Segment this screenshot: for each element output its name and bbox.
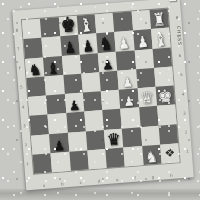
piece-black-knight-e7: ♞ <box>99 33 113 52</box>
rank-label-2: 2 <box>25 143 28 147</box>
square-d3 <box>84 110 104 131</box>
square-a6: ♞ <box>25 57 45 78</box>
square-e7: ♞ <box>96 32 116 53</box>
square-h2 <box>158 124 178 145</box>
square-b7 <box>42 36 62 57</box>
rank-label-3: 3 <box>183 111 186 115</box>
square-e6: ♟ <box>98 51 118 72</box>
square-g8 <box>131 10 151 31</box>
square-h7: ♝ <box>151 28 171 49</box>
rank-label-4: 4 <box>182 92 185 96</box>
square-b6: ♝ <box>43 56 63 77</box>
square-g1: ♞ <box>142 144 162 165</box>
square-a3 <box>30 115 50 136</box>
square-f1 <box>123 146 143 167</box>
rank-label-7: 7 <box>17 47 20 51</box>
square-g6 <box>134 48 154 69</box>
piece-black-pawn-b2: ♟ <box>53 139 65 153</box>
square-g5 <box>136 68 156 89</box>
square-d2 <box>86 130 106 151</box>
square-d5 <box>81 72 101 93</box>
chess-board: ♚♝♜♟♟♞♟♟♝♞♝♟♟♟♟♛♚♟♛♞❖ abcdefgh 12345678 … <box>12 0 194 190</box>
square-c4: ♟ <box>64 93 84 114</box>
file-label-a: a <box>43 184 46 188</box>
captured-white-piece: ♟ <box>166 0 178 4</box>
square-b8 <box>40 17 60 38</box>
rank-label-8: 8 <box>16 28 19 32</box>
file-label-e: e <box>116 178 119 182</box>
square-d8: ♝ <box>77 14 97 35</box>
square-d1 <box>87 149 107 170</box>
square-h6 <box>152 47 172 68</box>
square-f4: ♟ <box>119 88 139 109</box>
square-f7: ♟ <box>114 31 134 52</box>
piece-black-pawn-c7: ♟ <box>63 39 75 56</box>
square-h1: ❖ <box>160 143 180 164</box>
square-c3 <box>66 112 86 133</box>
piece-black-queen-e2: ♛ <box>106 131 121 148</box>
board-grid: ♚♝♜♟♟♞♟♟♝♞♝♟♟♟♟♛♚♟♛♞❖ <box>22 9 180 174</box>
rank-label-1: 1 <box>26 162 29 166</box>
square-c5 <box>63 73 83 94</box>
square-g3 <box>139 106 159 127</box>
square-e3 <box>102 109 122 130</box>
piece-black-pawn-d7: ♟ <box>82 38 94 55</box>
rank-label-2: 2 <box>185 131 188 135</box>
square-c6 <box>61 54 81 75</box>
square-a8 <box>22 19 42 40</box>
file-label-c: c <box>80 181 83 185</box>
piece-black-king-c8: ♚ <box>60 14 76 36</box>
square-f8 <box>113 12 133 33</box>
square-e5 <box>99 71 119 92</box>
piece-black-pawn-e6: ♟ <box>102 58 114 72</box>
piece-white-pawn-f7: ♟ <box>118 35 130 52</box>
piece-white-queen-g4: ♛ <box>140 90 155 107</box>
piece-white-king-h4: ♚ <box>157 88 173 106</box>
rank-label-1: 1 <box>186 150 189 154</box>
rank-label-6: 6 <box>19 66 22 70</box>
rank-label-3: 3 <box>23 124 26 128</box>
rank-label-8: 8 <box>176 15 179 19</box>
file-label-h: h <box>170 174 173 178</box>
piece-white-pawn-g7: ♟ <box>136 33 148 50</box>
square-b1 <box>51 152 71 173</box>
square-c1 <box>69 150 89 171</box>
square-g4: ♛ <box>137 87 157 108</box>
rank-label-4: 4 <box>22 105 25 109</box>
square-d7: ♟ <box>78 34 98 55</box>
piece-white-pawn-f4: ♟ <box>123 95 135 109</box>
file-labels: abcdefgh <box>35 173 181 188</box>
square-g2 <box>140 125 160 146</box>
board-corner-emblem: ❖ <box>164 147 176 160</box>
file-label-b: b <box>61 182 64 186</box>
file-label-g: g <box>152 175 155 179</box>
square-f3 <box>120 107 140 128</box>
square-e2: ♛ <box>104 128 124 149</box>
piece-white-bishop-d8: ♝ <box>79 16 93 35</box>
rank-label-6: 6 <box>179 54 182 58</box>
square-b2: ♟ <box>49 132 69 153</box>
square-b3 <box>48 113 68 134</box>
square-h3 <box>157 105 177 126</box>
square-f5: ♟ <box>117 69 137 90</box>
square-b5 <box>45 75 65 96</box>
square-e4 <box>101 90 121 111</box>
square-h5 <box>154 66 174 87</box>
square-c7: ♟ <box>60 35 80 56</box>
piece-black-knight-a6: ♞ <box>28 61 42 77</box>
piece-black-bishop-b6: ♝ <box>46 60 60 76</box>
table-edge <box>0 189 200 200</box>
file-label-f: f <box>134 177 136 181</box>
piece-white-knight-g1: ♞ <box>145 149 159 165</box>
photo-scene: ♚♝♜♟♟♞♟♟♝♞♝♟♟♟♟♛♚♟♛♞❖ abcdefgh 12345678 … <box>0 0 200 200</box>
rank-label-5: 5 <box>20 86 23 90</box>
file-label-d: d <box>98 179 101 183</box>
square-e1 <box>105 147 125 168</box>
piece-white-pawn-f5: ♟ <box>122 76 134 90</box>
square-e8 <box>95 13 115 34</box>
square-f2 <box>122 127 142 148</box>
rank-label-5: 5 <box>180 73 183 77</box>
square-g7: ♟ <box>133 29 153 50</box>
square-a5 <box>26 76 46 97</box>
square-a2 <box>31 134 51 155</box>
piece-white-bishop-h7: ♝ <box>153 29 167 48</box>
square-c8: ♚ <box>58 16 78 37</box>
square-a1 <box>33 153 53 174</box>
photo-layer: ♚♝♜♟♟♞♟♟♝♞♝♟♟♟♟♛♚♟♛♞❖ abcdefgh 12345678 … <box>0 0 200 200</box>
square-a7 <box>23 38 43 59</box>
board-brand-text: CHESS <box>176 26 183 46</box>
square-a4 <box>28 95 48 116</box>
square-h8: ♜ <box>149 9 169 30</box>
piece-black-pawn-c4: ♟ <box>69 99 81 113</box>
square-b4 <box>46 94 66 115</box>
square-c2 <box>67 131 87 152</box>
square-d4 <box>83 91 103 112</box>
square-f6 <box>116 50 136 71</box>
square-h4: ♚ <box>155 85 175 106</box>
piece-white-rook-h8: ♜ <box>152 10 166 29</box>
square-d6 <box>80 53 100 74</box>
